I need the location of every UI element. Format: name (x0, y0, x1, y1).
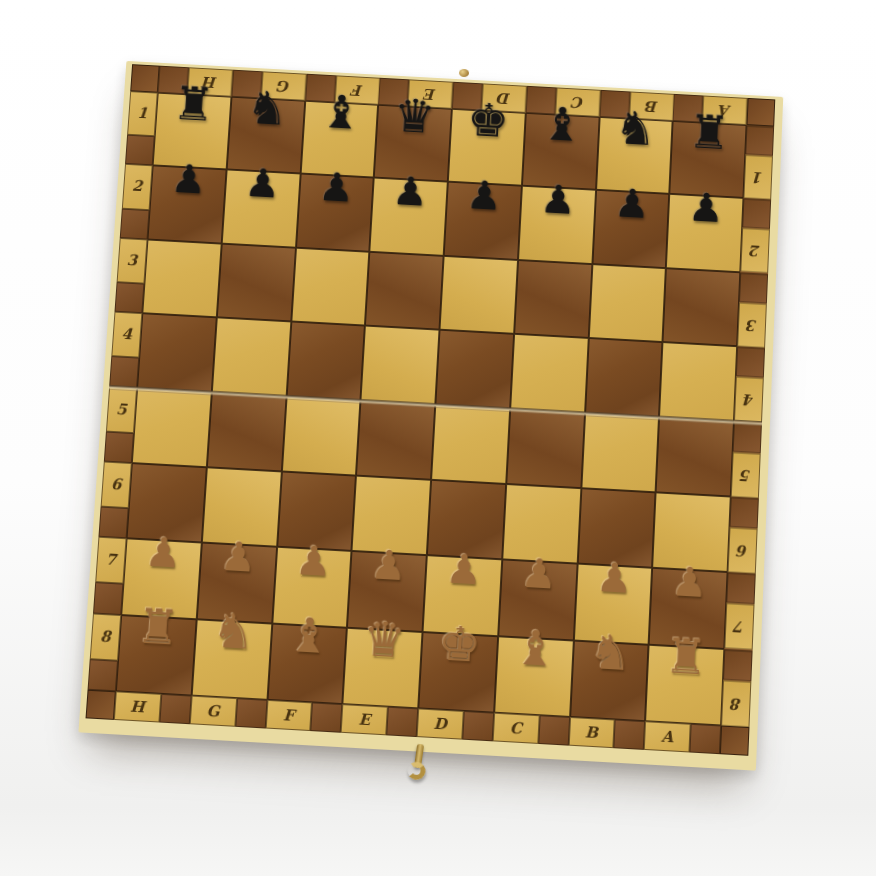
wood-queen-e8[interactable]: ♛ (362, 614, 407, 664)
border-dark-segment (730, 496, 759, 528)
black-pawn-b2[interactable]: ♟ (613, 183, 650, 224)
rank-label-right-7: 7 (724, 572, 755, 650)
black-pawn-e2[interactable]: ♟ (391, 171, 429, 212)
black-pawn-c2[interactable]: ♟ (539, 179, 576, 220)
rank-number: 1 (743, 154, 773, 200)
rank-label-right-4: 4 (734, 346, 765, 422)
black-rook-h1[interactable]: ♜ (172, 80, 217, 128)
board-corner (86, 690, 116, 720)
file-letter: G (189, 696, 236, 727)
rank-number: 2 (740, 228, 770, 274)
rank-number: 6 (101, 461, 132, 508)
file-label-bottom-e: E (341, 704, 418, 737)
black-bishop-f1[interactable]: ♝ (319, 88, 363, 136)
black-pawn-g2[interactable]: ♟ (244, 163, 282, 204)
square-h4[interactable] (137, 313, 216, 392)
square-e8[interactable]: ♛ (343, 627, 423, 708)
wood-pawn-a7[interactable]: ♟ (670, 561, 708, 603)
square-b8[interactable]: ♞ (570, 640, 649, 721)
rank-number: 6 (728, 527, 758, 574)
board-corner (130, 64, 159, 93)
border-dark-segment (462, 711, 494, 741)
wood-knight-g8[interactable]: ♞ (211, 606, 257, 656)
square-d2[interactable]: ♟ (444, 182, 522, 260)
border-dark-segment (109, 356, 139, 387)
border-dark-segment (733, 421, 762, 453)
square-f8[interactable]: ♝ (267, 623, 347, 704)
square-f2[interactable]: ♟ (296, 174, 374, 252)
rank-number: 7 (95, 537, 126, 584)
rank-number: 3 (117, 238, 148, 284)
wood-pawn-b7[interactable]: ♟ (595, 557, 633, 599)
border-dark-segment (311, 702, 343, 732)
rank-number: 4 (111, 312, 142, 358)
square-a4[interactable] (659, 342, 737, 421)
file-label-bottom-d: D (417, 708, 494, 741)
square-g5[interactable] (207, 392, 287, 471)
rank-number: 3 (737, 302, 767, 348)
border-dark-segment (690, 724, 722, 754)
square-b3[interactable] (588, 264, 666, 342)
file-letter: C (492, 713, 539, 744)
square-g2[interactable]: ♟ (221, 170, 300, 248)
square-e3[interactable] (365, 252, 444, 330)
square-b2[interactable]: ♟ (592, 190, 670, 268)
wood-pawn-d7[interactable]: ♟ (445, 548, 483, 590)
rank-number: 4 (734, 376, 764, 422)
file-label-bottom-f: F (265, 700, 342, 733)
rank-label-right-2: 2 (740, 198, 771, 273)
file-letter: B (568, 717, 615, 748)
border-dark-segment (739, 272, 768, 303)
wood-bishop-c8[interactable]: ♝ (513, 623, 558, 673)
square-h3[interactable] (142, 239, 221, 317)
square-h8[interactable]: ♜ (116, 615, 197, 696)
border-dark-segment (104, 431, 134, 463)
border-dark-segment (386, 707, 418, 737)
square-d5[interactable] (431, 404, 510, 483)
file-label-bottom-a: A (644, 721, 721, 754)
file-label-bottom-c: C (492, 713, 569, 746)
square-e2[interactable]: ♟ (370, 178, 448, 256)
rank-label-right-8: 8 (721, 649, 753, 727)
rank-number: 1 (127, 91, 158, 136)
rank-label-right-6: 6 (728, 496, 759, 573)
square-h5[interactable] (132, 388, 212, 467)
wood-pawn-g7[interactable]: ♟ (219, 536, 258, 578)
border-dark-segment (98, 507, 128, 539)
brass-latch[interactable] (402, 742, 434, 791)
square-c5[interactable] (506, 409, 585, 488)
black-pawn-f2[interactable]: ♟ (317, 167, 355, 208)
black-pawn-a2[interactable]: ♟ (687, 187, 724, 228)
file-letter: D (417, 708, 464, 739)
file-letter: F (265, 700, 312, 731)
file-label-bottom-h: H (114, 691, 192, 724)
square-c3[interactable] (514, 260, 592, 338)
square-f4[interactable] (286, 322, 365, 401)
square-g4[interactable] (212, 317, 291, 396)
square-b4[interactable] (585, 338, 663, 417)
rank-number: 5 (106, 386, 137, 433)
wood-pawn-e7[interactable]: ♟ (369, 544, 407, 586)
wood-pawn-h7[interactable]: ♟ (144, 532, 183, 574)
square-c2[interactable]: ♟ (518, 186, 596, 264)
square-f3[interactable] (291, 247, 370, 325)
chess-board: HGFEDCBA1♜♞♝♛♚♝♞♜12♟♟♟♟♟♟♟♟2334455667♟♟♟… (86, 64, 776, 756)
border-dark-segment (538, 715, 570, 745)
photo-scene: HGFEDCBA1♜♞♝♛♚♝♞♜12♟♟♟♟♟♟♟♟2334455667♟♟♟… (0, 0, 876, 876)
wood-knight-b8[interactable]: ♞ (588, 627, 633, 677)
rank-number: 5 (731, 451, 761, 498)
square-d8[interactable]: ♚ (418, 632, 498, 713)
rank-number: 2 (122, 164, 153, 210)
wood-pawn-f7[interactable]: ♟ (294, 540, 333, 582)
border-dark-segment (742, 198, 771, 229)
border-dark-segment (614, 720, 646, 750)
latch-hook (406, 761, 426, 781)
square-c8[interactable]: ♝ (494, 636, 573, 717)
border-dark-segment (114, 282, 144, 313)
black-pawn-h2[interactable]: ♟ (170, 159, 208, 200)
file-label-bottom-b: B (568, 717, 645, 750)
file-letter: A (644, 721, 691, 752)
square-f5[interactable] (281, 396, 360, 475)
rank-label-right-5: 5 (731, 421, 762, 498)
board-box-edge: HGFEDCBA1♜♞♝♛♚♝♞♜12♟♟♟♟♟♟♟♟2334455667♟♟♟… (78, 61, 783, 771)
square-d4[interactable] (435, 330, 514, 409)
border-dark-segment (88, 659, 118, 691)
square-h2[interactable]: ♟ (147, 166, 226, 244)
wood-rook-h8[interactable]: ♜ (135, 601, 181, 651)
rank-number: 8 (721, 679, 751, 727)
square-d3[interactable] (440, 256, 518, 334)
black-knight-b1[interactable]: ♞ (614, 104, 658, 152)
wood-pawn-c7[interactable]: ♟ (520, 553, 558, 595)
board-corner (747, 98, 776, 127)
square-a2[interactable]: ♟ (666, 194, 743, 272)
border-dark-segment (93, 583, 123, 615)
square-a8[interactable]: ♜ (645, 644, 724, 725)
border-dark-segment (726, 572, 755, 604)
square-a3[interactable] (663, 268, 741, 346)
black-pawn-d2[interactable]: ♟ (465, 175, 503, 216)
square-g8[interactable]: ♞ (191, 619, 271, 700)
rank-number: 8 (90, 613, 121, 661)
border-dark-segment (159, 694, 191, 724)
rank-label-right-3: 3 (737, 272, 768, 348)
border-dark-segment (723, 649, 753, 681)
wood-rook-a8[interactable]: ♜ (664, 631, 709, 681)
black-bishop-c1[interactable]: ♝ (540, 100, 584, 148)
rank-label-right-1: 1 (743, 125, 774, 200)
square-e4[interactable] (361, 326, 440, 405)
square-e5[interactable] (356, 400, 435, 479)
black-queen-e1[interactable]: ♛ (392, 92, 436, 140)
rank-number: 7 (724, 603, 754, 650)
file-letter: E (341, 704, 388, 735)
wood-bishop-f8[interactable]: ♝ (286, 610, 331, 660)
board-wrap: HGFEDCBA1♜♞♝♛♚♝♞♜12♟♟♟♟♟♟♟♟2334455667♟♟♟… (78, 61, 783, 771)
border-dark-segment (736, 346, 765, 377)
border-dark-segment (235, 698, 267, 728)
black-rook-a1[interactable]: ♜ (687, 108, 731, 156)
board-corner (720, 726, 750, 756)
border-dark-segment (120, 208, 150, 239)
square-g3[interactable] (217, 243, 296, 321)
black-king-d1[interactable]: ♚ (466, 96, 510, 144)
border-dark-segment (745, 125, 774, 156)
file-letter: H (114, 691, 161, 722)
black-knight-g1[interactable]: ♞ (245, 84, 289, 132)
wood-king-d8[interactable]: ♚ (437, 618, 482, 668)
border-dark-segment (125, 135, 155, 166)
hinge-pin (459, 69, 469, 78)
file-label-bottom-g: G (189, 696, 266, 729)
square-c4[interactable] (510, 334, 588, 413)
square-a5[interactable] (656, 417, 734, 496)
square-b5[interactable] (581, 413, 659, 492)
